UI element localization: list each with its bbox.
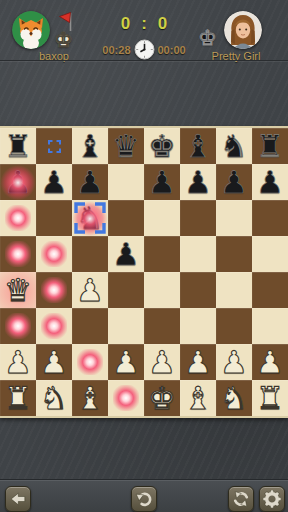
square-g7[interactable]: ♟	[216, 164, 252, 200]
bottom-toolbar	[0, 480, 288, 512]
white-pawn: ♟	[216, 344, 252, 380]
square-d8[interactable]: ♛	[108, 128, 144, 164]
square-h1[interactable]: ♜	[252, 380, 288, 416]
timer-black: 00:00	[158, 44, 186, 56]
square-c8[interactable]: ♝	[72, 128, 108, 164]
player-panel-white: ♚ baxop	[8, 10, 100, 60]
white-rook: ♜	[0, 380, 36, 416]
square-b7[interactable]: ♟	[36, 164, 72, 200]
black-bishop: ♝	[180, 128, 216, 164]
gear-icon	[263, 490, 281, 508]
square-d6[interactable]	[108, 200, 144, 236]
white-knight: ♞	[216, 380, 252, 416]
move-hint-dot	[5, 313, 31, 339]
score-right: 0	[158, 14, 167, 34]
black-knight: ♞	[216, 128, 252, 164]
square-g5[interactable]	[216, 236, 252, 272]
white-pawn: ♟	[36, 344, 72, 380]
square-f4[interactable]	[180, 272, 216, 308]
black-pawn: ♟	[0, 164, 36, 200]
move-hint-dot	[113, 385, 139, 411]
white-king-icon: ♚	[54, 28, 73, 52]
square-b2[interactable]: ♟	[36, 344, 72, 380]
circular-arrows-icon	[232, 490, 250, 508]
square-f3[interactable]	[180, 308, 216, 344]
black-pawn: ♟	[108, 236, 144, 272]
square-d3[interactable]	[108, 308, 144, 344]
square-c2[interactable]	[72, 344, 108, 380]
square-e5[interactable]	[144, 236, 180, 272]
square-a5[interactable]	[0, 236, 36, 272]
black-pawn: ♟	[252, 164, 288, 200]
square-e8[interactable]: ♚	[144, 128, 180, 164]
square-g3[interactable]	[216, 308, 252, 344]
move-hint-dot	[77, 349, 103, 375]
square-e3[interactable]	[144, 308, 180, 344]
score-box: 0:0 00:28 00:00	[96, 14, 192, 60]
back-button[interactable]	[5, 486, 31, 512]
white-pawn: ♟	[144, 344, 180, 380]
square-h2[interactable]: ♟	[252, 344, 288, 380]
square-c3[interactable]	[72, 308, 108, 344]
square-d1[interactable]	[108, 380, 144, 416]
analog-clock-icon	[134, 39, 155, 60]
square-d4[interactable]	[108, 272, 144, 308]
square-g2[interactable]: ♟	[216, 344, 252, 380]
square-b3[interactable]	[36, 308, 72, 344]
score-separator: :	[141, 14, 147, 34]
timer-white: 00:28	[102, 44, 130, 56]
black-pawn: ♟	[180, 164, 216, 200]
move-origin-marker	[48, 140, 61, 153]
square-f1[interactable]: ♝	[180, 380, 216, 416]
black-rook: ♜	[0, 128, 36, 164]
match-score: 0:0	[96, 14, 192, 34]
square-g4[interactable]	[216, 272, 252, 308]
score-left: 0	[121, 14, 130, 34]
black-queen: ♛	[108, 128, 144, 164]
square-e4[interactable]	[144, 272, 180, 308]
selected-square-highlight	[0, 272, 36, 308]
square-e1[interactable]: ♚	[144, 380, 180, 416]
square-g8[interactable]: ♞	[216, 128, 252, 164]
black-rook: ♜	[252, 128, 288, 164]
move-hint-dot	[41, 313, 67, 339]
capture-target-glow	[0, 164, 36, 200]
square-a6[interactable]	[0, 200, 36, 236]
square-e7[interactable]: ♟	[144, 164, 180, 200]
timers: 00:28 00:00	[96, 39, 192, 60]
player-panel-black: ♚ Pretty Girl	[190, 10, 282, 60]
white-knight: ♞	[36, 380, 72, 416]
square-b1[interactable]: ♞	[36, 380, 72, 416]
chess-board: ♜♝♛♚♝♞♜♟♟♟♟♟♟♟♞♟♛♟♟♟♟♟♟♟♟♜♞♝♚♝♞♜	[0, 126, 288, 418]
move-hint-dot	[5, 205, 31, 231]
move-hint-dot	[41, 277, 67, 303]
square-a7[interactable]: ♟	[0, 164, 36, 200]
square-c4[interactable]: ♟	[72, 272, 108, 308]
square-a2[interactable]: ♟	[0, 344, 36, 380]
square-g1[interactable]: ♞	[216, 380, 252, 416]
black-king-icon: ♚	[198, 26, 217, 50]
square-c5[interactable]	[72, 236, 108, 272]
square-c1[interactable]: ♝	[72, 380, 108, 416]
white-pawn: ♟	[72, 272, 108, 308]
undo-button[interactable]	[131, 486, 157, 512]
settings-button[interactable]	[259, 486, 285, 512]
square-a3[interactable]	[0, 308, 36, 344]
square-g6[interactable]	[216, 200, 252, 236]
white-pawn: ♟	[180, 344, 216, 380]
white-king: ♚	[144, 380, 180, 416]
square-e6[interactable]	[144, 200, 180, 236]
square-a4[interactable]: ♛	[0, 272, 36, 308]
square-h8[interactable]: ♜	[252, 128, 288, 164]
square-b5[interactable]	[36, 236, 72, 272]
black-pawn: ♟	[216, 164, 252, 200]
white-rook: ♜	[252, 380, 288, 416]
square-h6[interactable]	[252, 200, 288, 236]
square-h4[interactable]	[252, 272, 288, 308]
black-pawn: ♟	[36, 164, 72, 200]
white-bishop: ♝	[72, 380, 108, 416]
fox-avatar	[12, 11, 50, 49]
square-d5[interactable]: ♟	[108, 236, 144, 272]
rotate-button[interactable]	[228, 486, 254, 512]
black-pawn: ♟	[72, 164, 108, 200]
square-f8[interactable]: ♝	[180, 128, 216, 164]
square-a1[interactable]: ♜	[0, 380, 36, 416]
white-pawn: ♟	[108, 344, 144, 380]
chess-app-screen: ♚ baxop 0:0 00:28 00:00 ♚	[0, 0, 288, 512]
black-bishop: ♝	[72, 128, 108, 164]
square-b8[interactable]	[36, 128, 72, 164]
square-h7[interactable]: ♟	[252, 164, 288, 200]
top-divider	[0, 60, 288, 61]
black-king: ♚	[144, 128, 180, 164]
square-h5[interactable]	[252, 236, 288, 272]
square-d7[interactable]	[108, 164, 144, 200]
white-pawn: ♟	[0, 344, 36, 380]
undo-arrow-icon	[135, 490, 153, 508]
black-pawn: ♟	[144, 164, 180, 200]
move-destination-frame	[72, 200, 108, 236]
square-c6[interactable]: ♞	[72, 200, 108, 236]
move-hint-dot	[5, 241, 31, 267]
white-pawn: ♟	[252, 344, 288, 380]
square-e2[interactable]: ♟	[144, 344, 180, 380]
square-d2[interactable]: ♟	[108, 344, 144, 380]
arrow-left-icon	[9, 490, 27, 508]
square-h3[interactable]	[252, 308, 288, 344]
move-hint-dot	[41, 241, 67, 267]
girl-avatar	[224, 11, 262, 49]
square-f2[interactable]: ♟	[180, 344, 216, 380]
square-b4[interactable]	[36, 272, 72, 308]
white-bishop: ♝	[180, 380, 216, 416]
square-c7[interactable]: ♟	[72, 164, 108, 200]
square-b6[interactable]	[36, 200, 72, 236]
square-f7[interactable]: ♟	[180, 164, 216, 200]
square-f5[interactable]	[180, 236, 216, 272]
square-f6[interactable]	[180, 200, 216, 236]
square-a8[interactable]: ♜	[0, 128, 36, 164]
